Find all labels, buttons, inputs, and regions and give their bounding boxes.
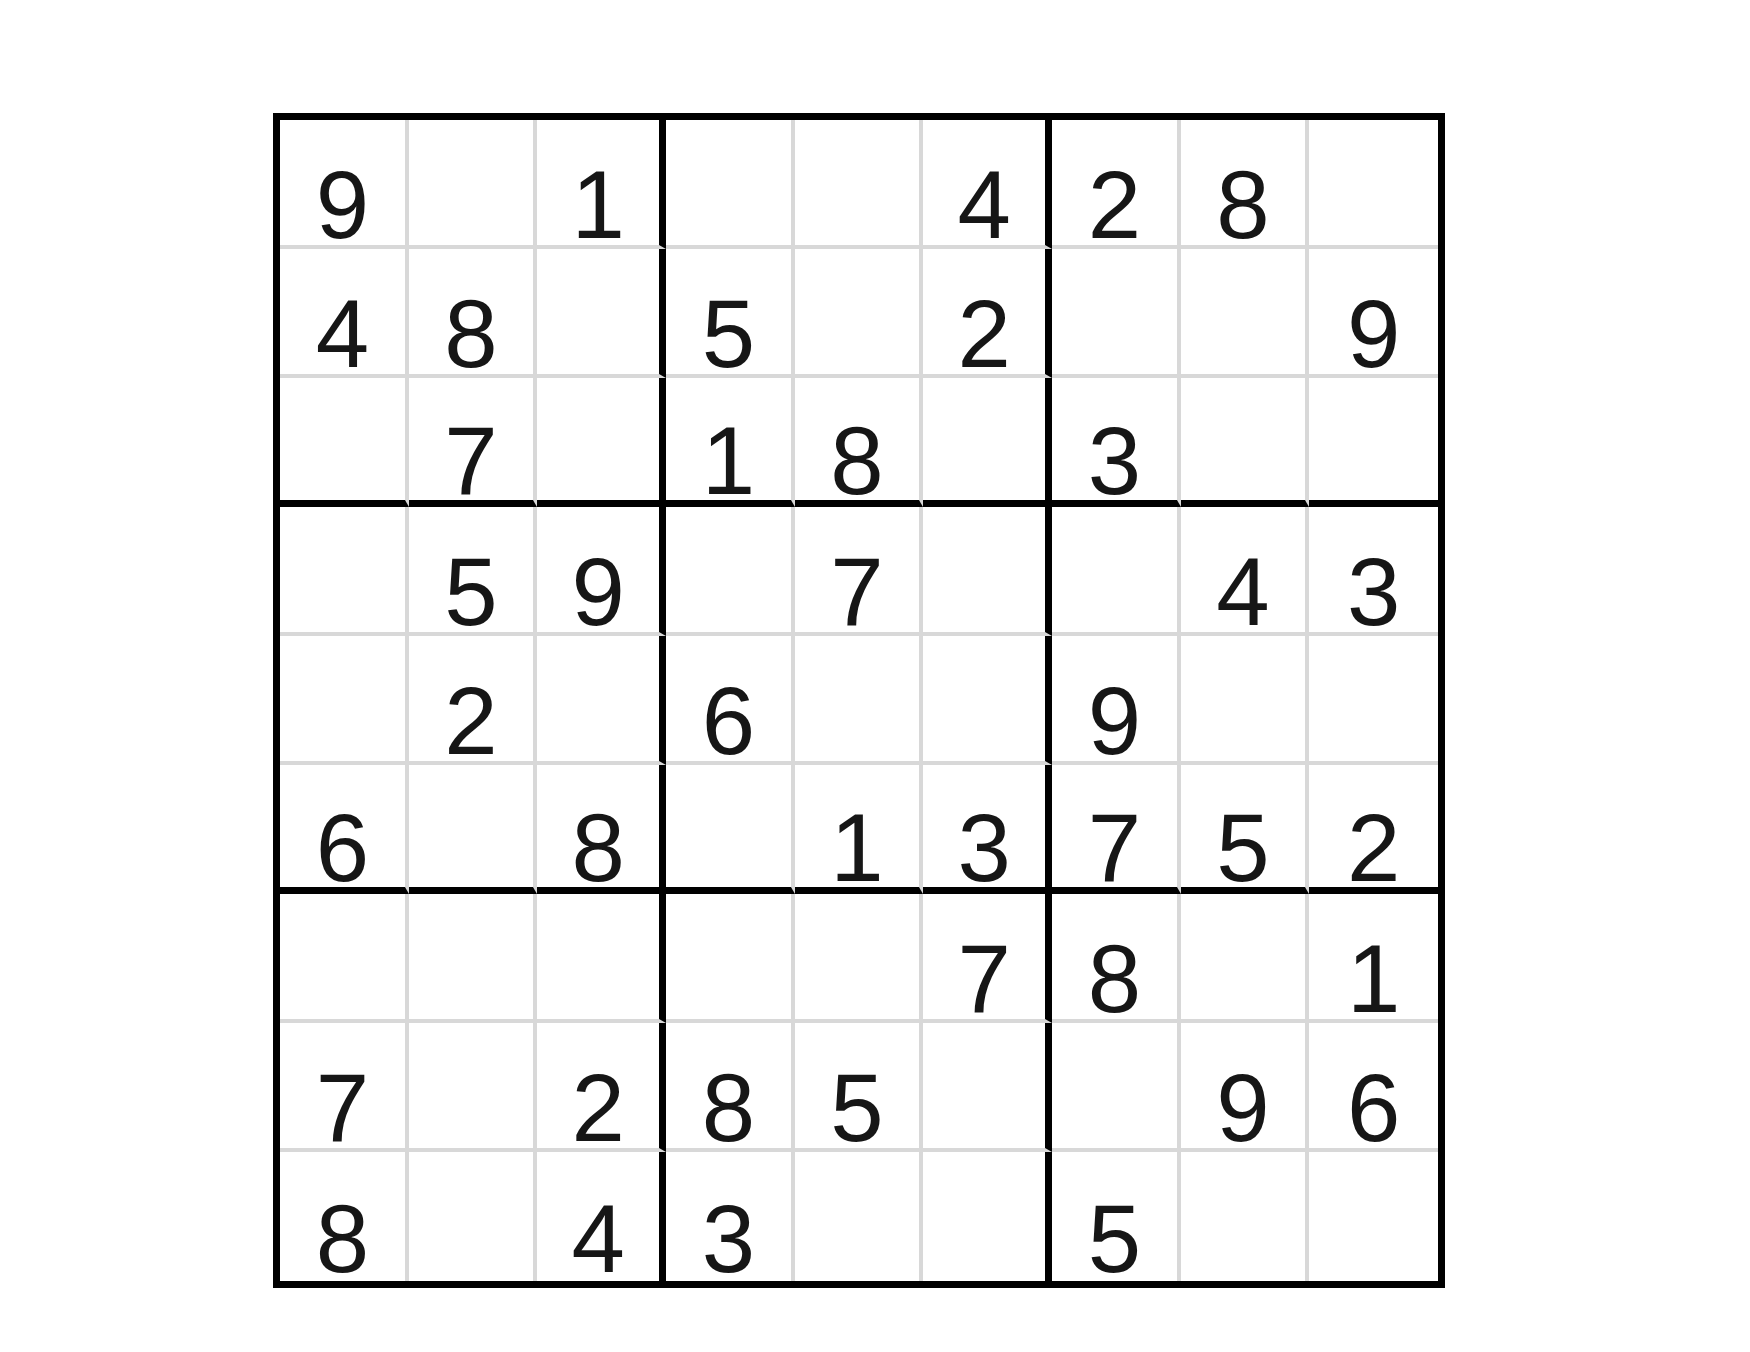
cell-r2c3[interactable]	[537, 249, 666, 378]
cell-r7c8[interactable]	[1181, 894, 1310, 1023]
cell-r8c6[interactable]	[923, 1023, 1052, 1152]
cell-r2c1: 4	[280, 249, 409, 378]
cell-r5c8[interactable]	[1181, 636, 1310, 765]
given-digit: 3	[957, 800, 1010, 896]
given-digit: 6	[316, 800, 369, 896]
cell-r5c7: 9	[1052, 636, 1181, 765]
cell-r5c1[interactable]	[280, 636, 409, 765]
cell-r4c7[interactable]	[1052, 507, 1181, 636]
cell-r7c7: 8	[1052, 894, 1181, 1023]
cell-r1c9[interactable]	[1309, 120, 1438, 249]
given-digit: 8	[702, 1060, 755, 1156]
cell-r3c5: 8	[795, 378, 924, 507]
cell-r4c5: 7	[795, 507, 924, 636]
cell-r5c2: 2	[409, 636, 538, 765]
cell-r8c8: 9	[1181, 1023, 1310, 1152]
cell-r3c8[interactable]	[1181, 378, 1310, 507]
cell-r4c3: 9	[537, 507, 666, 636]
cell-r2c5[interactable]	[795, 249, 924, 378]
given-digit: 2	[1347, 800, 1400, 896]
given-digit: 7	[830, 544, 883, 640]
cell-r8c5: 5	[795, 1023, 924, 1152]
given-digit: 8	[830, 413, 883, 509]
given-digit: 4	[571, 1191, 624, 1287]
cell-r6c9: 2	[1309, 765, 1438, 894]
cell-r2c6: 2	[923, 249, 1052, 378]
given-digit: 8	[1088, 931, 1141, 1027]
cell-r9c3: 4	[537, 1152, 666, 1281]
given-digit: 3	[702, 1191, 755, 1287]
cell-r3c1[interactable]	[280, 378, 409, 507]
cell-r3c4: 1	[666, 378, 795, 507]
given-digit: 5	[444, 544, 497, 640]
given-digit: 5	[1088, 1191, 1141, 1287]
cell-r7c9: 1	[1309, 894, 1438, 1023]
given-digit: 4	[316, 286, 369, 382]
cell-r7c4[interactable]	[666, 894, 795, 1023]
cell-r1c4[interactable]	[666, 120, 795, 249]
cell-r9c4: 3	[666, 1152, 795, 1281]
cell-r2c8[interactable]	[1181, 249, 1310, 378]
cell-r4c4[interactable]	[666, 507, 795, 636]
cell-r7c3[interactable]	[537, 894, 666, 1023]
cell-r4c9: 3	[1309, 507, 1438, 636]
cell-r5c4: 6	[666, 636, 795, 765]
cell-r6c8: 5	[1181, 765, 1310, 894]
cell-r9c2[interactable]	[409, 1152, 538, 1281]
cell-r6c3: 8	[537, 765, 666, 894]
cell-r4c6[interactable]	[923, 507, 1052, 636]
cell-r3c2: 7	[409, 378, 538, 507]
given-digit: 7	[316, 1060, 369, 1156]
given-digit: 8	[571, 800, 624, 896]
given-digit: 7	[444, 413, 497, 509]
given-digit: 2	[1088, 157, 1141, 253]
given-digit: 1	[1347, 931, 1400, 1027]
cell-r1c1: 9	[280, 120, 409, 249]
given-digit: 7	[1088, 800, 1141, 896]
cell-r9c7: 5	[1052, 1152, 1181, 1281]
cell-r4c8: 4	[1181, 507, 1310, 636]
cell-r8c4: 8	[666, 1023, 795, 1152]
cell-r3c3[interactable]	[537, 378, 666, 507]
given-digit: 2	[444, 673, 497, 769]
cell-r3c6[interactable]	[923, 378, 1052, 507]
cell-r2c2: 8	[409, 249, 538, 378]
given-digit: 1	[702, 413, 755, 509]
cell-r1c5[interactable]	[795, 120, 924, 249]
cell-r9c1: 8	[280, 1152, 409, 1281]
given-digit: 2	[957, 286, 1010, 382]
cell-r2c4: 5	[666, 249, 795, 378]
cell-r1c8: 8	[1181, 120, 1310, 249]
given-digit: 7	[957, 931, 1010, 1027]
given-digit: 8	[1216, 157, 1269, 253]
cell-r7c5[interactable]	[795, 894, 924, 1023]
cell-r8c7[interactable]	[1052, 1023, 1181, 1152]
given-digit: 3	[1347, 544, 1400, 640]
given-digit: 9	[1088, 673, 1141, 769]
cell-r7c6: 7	[923, 894, 1052, 1023]
cell-r4c2: 5	[409, 507, 538, 636]
cell-r2c9: 9	[1309, 249, 1438, 378]
given-digit: 6	[1347, 1060, 1400, 1156]
cell-r6c7: 7	[1052, 765, 1181, 894]
given-digit: 4	[1216, 544, 1269, 640]
cell-r5c9[interactable]	[1309, 636, 1438, 765]
cell-r6c6: 3	[923, 765, 1052, 894]
cell-r5c3[interactable]	[537, 636, 666, 765]
given-digit: 6	[702, 673, 755, 769]
cell-r2c7[interactable]	[1052, 249, 1181, 378]
given-digit: 1	[830, 800, 883, 896]
given-digit: 1	[571, 157, 624, 253]
cell-r7c1[interactable]	[280, 894, 409, 1023]
given-digit: 8	[316, 1191, 369, 1287]
given-digit: 5	[1216, 800, 1269, 896]
cell-r1c6: 4	[923, 120, 1052, 249]
given-digit: 8	[444, 286, 497, 382]
cell-r9c9[interactable]	[1309, 1152, 1438, 1281]
cell-r8c2[interactable]	[409, 1023, 538, 1152]
cell-r8c9: 6	[1309, 1023, 1438, 1152]
cell-r6c5: 1	[795, 765, 924, 894]
given-digit: 2	[571, 1060, 624, 1156]
cell-r3c9[interactable]	[1309, 378, 1438, 507]
given-digit: 9	[316, 157, 369, 253]
cell-r1c7: 2	[1052, 120, 1181, 249]
cell-r6c4[interactable]	[666, 765, 795, 894]
cell-r6c2[interactable]	[409, 765, 538, 894]
given-digit: 9	[1216, 1060, 1269, 1156]
cell-r7c2[interactable]	[409, 894, 538, 1023]
given-digit: 9	[571, 544, 624, 640]
sudoku-board: 9142848529718359743269681375278172859684…	[273, 113, 1445, 1288]
given-digit: 3	[1088, 413, 1141, 509]
given-digit: 5	[702, 286, 755, 382]
cell-r9c8[interactable]	[1181, 1152, 1310, 1281]
cell-r8c3: 2	[537, 1023, 666, 1152]
cell-r6c1: 6	[280, 765, 409, 894]
cell-r4c1[interactable]	[280, 507, 409, 636]
cell-r8c1: 7	[280, 1023, 409, 1152]
given-digit: 5	[830, 1060, 883, 1156]
cell-r1c2[interactable]	[409, 120, 538, 249]
given-digit: 4	[957, 157, 1010, 253]
cell-r9c5[interactable]	[795, 1152, 924, 1281]
given-digit: 9	[1347, 286, 1400, 382]
cell-r5c6[interactable]	[923, 636, 1052, 765]
cell-r9c6[interactable]	[923, 1152, 1052, 1281]
cell-r1c3: 1	[537, 120, 666, 249]
cell-r3c7: 3	[1052, 378, 1181, 507]
cell-r5c5[interactable]	[795, 636, 924, 765]
